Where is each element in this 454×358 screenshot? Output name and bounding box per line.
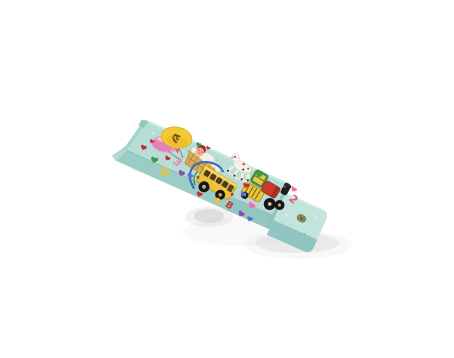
mezuzah-product-photo: ש [0, 0, 454, 358]
photo-canvas: ש [0, 0, 454, 358]
